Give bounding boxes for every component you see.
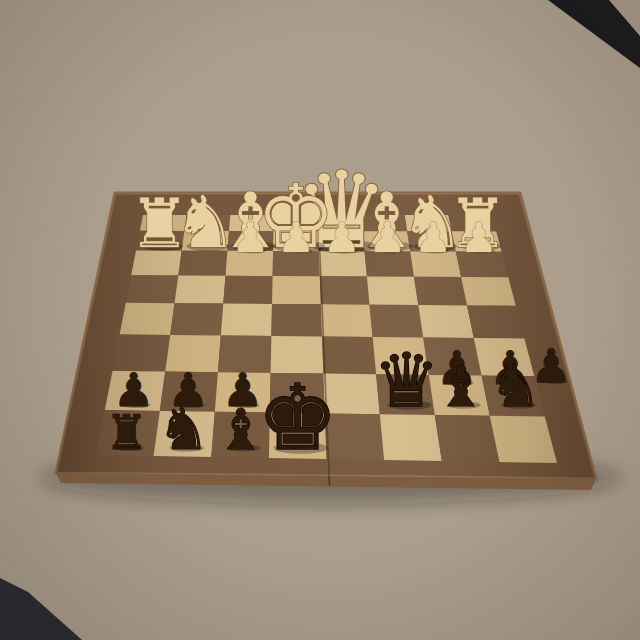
- piece-white-pawn-c2[interactable]: ♟: [369, 213, 407, 262]
- piece-black-bishop-b7[interactable]: ♝: [436, 354, 486, 419]
- piece-white-pawn-e2[interactable]: ♟: [277, 213, 315, 262]
- piece-black-rook-h8[interactable]: ♜: [105, 404, 148, 460]
- piece-white-pawn-b2[interactable]: ♟: [414, 213, 452, 262]
- chess-board: ♜♞♝♛♚♝♞♜♟♟♟♟♟♟♟♟♞♝♛♟♟♟♚♝♞♜♟: [0, 0, 640, 640]
- captured-black-pawn-on-frame[interactable]: ♟: [530, 339, 571, 393]
- carpet-background: ♜♞♝♛♚♝♞♜♟♟♟♟♟♟♟♟♞♝♛♟♟♟♚♝♞♜♟: [0, 0, 640, 640]
- piece-white-rook-h1[interactable]: ♜: [129, 184, 190, 263]
- piece-black-king-e8[interactable]: ♚: [257, 365, 338, 470]
- piece-white-pawn-a2[interactable]: ♟: [460, 213, 498, 262]
- piece-black-knight-g8[interactable]: ♞: [158, 395, 210, 463]
- piece-white-pawn-f2[interactable]: ♟: [231, 213, 269, 262]
- piece-black-bishop-f8[interactable]: ♝: [216, 397, 266, 462]
- piece-white-pawn-d2[interactable]: ♟: [323, 213, 361, 262]
- piece-black-queen-c7[interactable]: ♛: [373, 337, 439, 423]
